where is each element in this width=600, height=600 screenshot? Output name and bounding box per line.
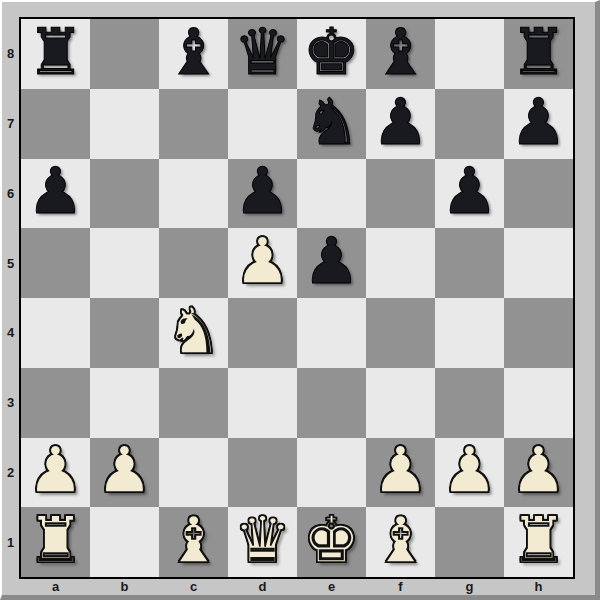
square-h4[interactable] — [504, 298, 573, 368]
piece-white-bishop[interactable]: ♝ — [372, 508, 429, 572]
square-d8[interactable]: ♛ — [228, 19, 297, 89]
piece-black-pawn[interactable]: ♟ — [303, 229, 360, 293]
square-f1[interactable]: ♝ — [366, 507, 435, 577]
square-d2[interactable] — [228, 438, 297, 508]
square-c1[interactable]: ♝ — [159, 507, 228, 577]
square-a6[interactable]: ♟ — [21, 159, 90, 229]
square-g3[interactable] — [435, 368, 504, 438]
file-labels: abcdefgh — [21, 577, 573, 596]
square-e1[interactable]: ♚ — [297, 507, 366, 577]
file-label-d: d — [228, 577, 297, 596]
square-b6[interactable] — [90, 159, 159, 229]
square-e3[interactable] — [297, 368, 366, 438]
square-c2[interactable] — [159, 438, 228, 508]
file-label-c: c — [159, 577, 228, 596]
piece-white-pawn[interactable]: ♟ — [96, 438, 153, 502]
square-h8[interactable]: ♜ — [504, 19, 573, 89]
piece-white-pawn[interactable]: ♟ — [27, 438, 84, 502]
square-b8[interactable] — [90, 19, 159, 89]
square-h2[interactable]: ♟ — [504, 438, 573, 508]
square-d6[interactable]: ♟ — [228, 159, 297, 229]
square-f5[interactable] — [366, 228, 435, 298]
square-g6[interactable]: ♟ — [435, 159, 504, 229]
file-label-g: g — [435, 577, 504, 596]
square-a3[interactable] — [21, 368, 90, 438]
piece-white-rook[interactable]: ♜ — [27, 508, 84, 572]
square-a7[interactable] — [21, 89, 90, 159]
rank-label-6: 6 — [2, 159, 19, 229]
square-a1[interactable]: ♜ — [21, 507, 90, 577]
piece-white-king[interactable]: ♚ — [303, 508, 360, 572]
rank-labels: 87654321 — [2, 19, 19, 577]
square-b7[interactable] — [90, 89, 159, 159]
square-h6[interactable] — [504, 159, 573, 229]
square-a5[interactable] — [21, 228, 90, 298]
square-b4[interactable] — [90, 298, 159, 368]
file-label-h: h — [504, 577, 573, 596]
diagram-frame: 87654321 ♜♝♛♚♝♜♞♟♟♟♟♟♟♟♞♟♟♟♟♟♜♝♛♚♝♜ abcd… — [0, 0, 600, 600]
square-f6[interactable] — [366, 159, 435, 229]
chess-board: ♜♝♛♚♝♜♞♟♟♟♟♟♟♟♞♟♟♟♟♟♜♝♛♚♝♜ — [19, 17, 575, 579]
square-g2[interactable]: ♟ — [435, 438, 504, 508]
piece-white-rook[interactable]: ♜ — [510, 508, 567, 572]
square-f3[interactable] — [366, 368, 435, 438]
rank-label-1: 1 — [2, 507, 19, 577]
square-e6[interactable] — [297, 159, 366, 229]
piece-black-pawn[interactable]: ♟ — [510, 90, 567, 154]
square-h1[interactable]: ♜ — [504, 507, 573, 577]
square-e4[interactable] — [297, 298, 366, 368]
piece-black-king[interactable]: ♚ — [303, 20, 360, 84]
square-e8[interactable]: ♚ — [297, 19, 366, 89]
rank-label-5: 5 — [2, 228, 19, 298]
square-d5[interactable]: ♟ — [228, 228, 297, 298]
square-f2[interactable]: ♟ — [366, 438, 435, 508]
square-f4[interactable] — [366, 298, 435, 368]
piece-black-pawn[interactable]: ♟ — [234, 159, 291, 223]
piece-black-bishop[interactable]: ♝ — [372, 20, 429, 84]
square-e7[interactable]: ♞ — [297, 89, 366, 159]
square-c5[interactable] — [159, 228, 228, 298]
piece-black-pawn[interactable]: ♟ — [372, 90, 429, 154]
square-b5[interactable] — [90, 228, 159, 298]
square-d7[interactable] — [228, 89, 297, 159]
square-e2[interactable] — [297, 438, 366, 508]
square-d1[interactable]: ♛ — [228, 507, 297, 577]
square-d4[interactable] — [228, 298, 297, 368]
rank-label-2: 2 — [2, 438, 19, 508]
piece-black-rook[interactable]: ♜ — [510, 20, 567, 84]
square-g5[interactable] — [435, 228, 504, 298]
square-g4[interactable] — [435, 298, 504, 368]
square-c3[interactable] — [159, 368, 228, 438]
square-c8[interactable]: ♝ — [159, 19, 228, 89]
square-h3[interactable] — [504, 368, 573, 438]
rank-label-8: 8 — [2, 19, 19, 89]
piece-black-pawn[interactable]: ♟ — [27, 159, 84, 223]
square-d3[interactable] — [228, 368, 297, 438]
square-f7[interactable]: ♟ — [366, 89, 435, 159]
piece-white-pawn[interactable]: ♟ — [234, 229, 291, 293]
piece-black-rook[interactable]: ♜ — [27, 20, 84, 84]
file-label-a: a — [21, 577, 90, 596]
square-g8[interactable] — [435, 19, 504, 89]
piece-black-bishop[interactable]: ♝ — [165, 20, 222, 84]
file-label-e: e — [297, 577, 366, 596]
piece-white-bishop[interactable]: ♝ — [165, 508, 222, 572]
square-g1[interactable] — [435, 507, 504, 577]
square-b1[interactable] — [90, 507, 159, 577]
square-h5[interactable] — [504, 228, 573, 298]
file-label-f: f — [366, 577, 435, 596]
square-c7[interactable] — [159, 89, 228, 159]
rank-label-4: 4 — [2, 298, 19, 368]
piece-white-pawn[interactable]: ♟ — [510, 438, 567, 502]
square-b2[interactable]: ♟ — [90, 438, 159, 508]
rank-label-7: 7 — [2, 89, 19, 159]
piece-white-pawn[interactable]: ♟ — [441, 438, 498, 502]
square-e5[interactable]: ♟ — [297, 228, 366, 298]
square-g7[interactable] — [435, 89, 504, 159]
rank-label-3: 3 — [2, 368, 19, 438]
square-a4[interactable] — [21, 298, 90, 368]
square-b3[interactable] — [90, 368, 159, 438]
square-a8[interactable]: ♜ — [21, 19, 90, 89]
square-h7[interactable]: ♟ — [504, 89, 573, 159]
piece-white-knight[interactable]: ♞ — [165, 299, 222, 363]
file-label-b: b — [90, 577, 159, 596]
square-c4[interactable]: ♞ — [159, 298, 228, 368]
piece-white-pawn[interactable]: ♟ — [372, 438, 429, 502]
square-c6[interactable] — [159, 159, 228, 229]
piece-black-pawn[interactable]: ♟ — [441, 159, 498, 223]
square-f8[interactable]: ♝ — [366, 19, 435, 89]
piece-black-knight[interactable]: ♞ — [303, 90, 360, 154]
piece-white-queen[interactable]: ♛ — [234, 508, 291, 572]
square-a2[interactable]: ♟ — [21, 438, 90, 508]
piece-black-queen[interactable]: ♛ — [234, 20, 291, 84]
